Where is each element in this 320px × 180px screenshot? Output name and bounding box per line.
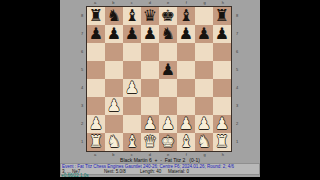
square-f6 [177, 43, 195, 61]
square-b2 [105, 115, 123, 133]
rank-label-8: 8 [79, 7, 85, 25]
square-e7: ♞ [159, 25, 177, 43]
next-label: Next: 5.0/8 [104, 169, 140, 174]
square-h5 [213, 61, 231, 79]
square-f2: ♟ [177, 115, 195, 133]
rank-label-5: 5 [79, 61, 85, 79]
square-g3 [195, 97, 213, 115]
square-d2: ♟ [141, 115, 159, 133]
square-g1: ♞ [195, 133, 213, 151]
game-info-panel: Event : Fat Titz Chess Engines Gauntlet … [60, 163, 260, 175]
white-knight-g1: ♞ [195, 133, 213, 151]
square-h6 [213, 43, 231, 61]
white-bishop-c1: ♝ [123, 133, 141, 151]
square-c3 [123, 97, 141, 115]
rank-label-2: 2 [234, 115, 240, 133]
square-e4 [159, 79, 177, 97]
black-queen-d8: ♛ [141, 7, 159, 25]
length-label: Length: 40 [140, 169, 168, 174]
square-c1: ♝ [123, 133, 141, 151]
square-b3: ♟ [105, 97, 123, 115]
white-rook-a1: ♜ [87, 133, 105, 151]
rank-label-3: 3 [79, 97, 85, 115]
rank-label-4: 4 [79, 79, 85, 97]
square-g5 [195, 61, 213, 79]
square-b8: ♞ [105, 7, 123, 25]
rank-label-1: 1 [79, 133, 85, 151]
square-e6 [159, 43, 177, 61]
square-h4 [213, 79, 231, 97]
black-pawn-d7: ♟ [141, 25, 159, 43]
white-pawn-d2: ♟ [141, 115, 159, 133]
square-c8: ♝ [123, 7, 141, 25]
square-b4 [105, 79, 123, 97]
black-bishop-c8: ♝ [123, 7, 141, 25]
square-c7: ♟ [123, 25, 141, 43]
engine-eval: +0.66/22 1.0s [61, 173, 88, 178]
black-knight-b8: ♞ [105, 7, 123, 25]
black-king-e8: ♚ [159, 7, 177, 25]
black-pawn-c7: ♟ [123, 25, 141, 43]
square-a7: ♟ [87, 25, 105, 43]
board-panel: abcdefgh 87654321 87654321 ♜♞♝♛♚♝♜♟♟♟♟♞♟… [60, 0, 260, 177]
square-d3 [141, 97, 159, 115]
move-status-line: 3. ... Ne7 Next: 5.0/8 Length: 40 Materi… [62, 169, 258, 174]
white-king-e1: ♚ [159, 133, 177, 151]
square-a1: ♜ [87, 133, 105, 151]
square-e3 [159, 97, 177, 115]
rank-label-6: 6 [79, 43, 85, 61]
white-queen-d1: ♛ [141, 133, 159, 151]
square-a2: ♟ [87, 115, 105, 133]
square-a4 [87, 79, 105, 97]
square-f4 [177, 79, 195, 97]
square-c6 [123, 43, 141, 61]
square-d1: ♛ [141, 133, 159, 151]
square-e2: ♟ [159, 115, 177, 133]
white-pawn-a2: ♟ [87, 115, 105, 133]
black-rook-a8: ♜ [87, 7, 105, 25]
board: ♜♞♝♛♚♝♜♟♟♟♟♞♟♟♟♟♟♟♟♟♟♟♟♟♜♞♝♛♚♝♞♜ [86, 6, 232, 152]
rank-label-6: 6 [234, 43, 240, 61]
square-f3 [177, 97, 195, 115]
square-f1: ♝ [177, 133, 195, 151]
square-d8: ♛ [141, 7, 159, 25]
square-b5 [105, 61, 123, 79]
rank-label-8: 8 [234, 7, 240, 25]
square-c5 [123, 61, 141, 79]
square-c4: ♟ [123, 79, 141, 97]
square-h2: ♟ [213, 115, 231, 133]
square-g7: ♟ [195, 25, 213, 43]
black-pawn-g7: ♟ [195, 25, 213, 43]
square-f5 [177, 61, 195, 79]
square-b7: ♟ [105, 25, 123, 43]
square-d5 [141, 61, 159, 79]
square-e1: ♚ [159, 133, 177, 151]
square-h7: ♟ [213, 25, 231, 43]
square-a3 [87, 97, 105, 115]
white-pawn-h2: ♟ [213, 115, 231, 133]
square-d6 [141, 43, 159, 61]
square-e8: ♚ [159, 7, 177, 25]
square-g4 [195, 79, 213, 97]
square-d7: ♟ [141, 25, 159, 43]
square-a5 [87, 61, 105, 79]
square-f8: ♝ [177, 7, 195, 25]
black-bishop-f8: ♝ [177, 7, 195, 25]
square-g6 [195, 43, 213, 61]
black-pawn-a7: ♟ [87, 25, 105, 43]
square-a6 [87, 43, 105, 61]
black-rook-h8: ♜ [213, 7, 231, 25]
square-h8: ♜ [213, 7, 231, 25]
rank-labels-right: 87654321 [234, 7, 240, 151]
rank-label-7: 7 [79, 25, 85, 43]
rank-label-4: 4 [234, 79, 240, 97]
square-g2: ♟ [195, 115, 213, 133]
square-a8: ♜ [87, 7, 105, 25]
square-g8 [195, 7, 213, 25]
black-pawn-b7: ♟ [105, 25, 123, 43]
white-pawn-g2: ♟ [195, 115, 213, 133]
square-e5: ♟ [159, 61, 177, 79]
black-knight-e7: ♞ [159, 25, 177, 43]
white-knight-b1: ♞ [105, 133, 123, 151]
rank-labels-left: 87654321 [79, 7, 85, 151]
white-pawn-c4: ♟ [123, 79, 141, 97]
black-pawn-h7: ♟ [213, 25, 231, 43]
rank-label-5: 5 [234, 61, 240, 79]
white-pawn-b3: ♟ [105, 97, 123, 115]
rank-label-3: 3 [234, 97, 240, 115]
square-c2 [123, 115, 141, 133]
rank-label-2: 2 [79, 115, 85, 133]
black-pawn-f7: ♟ [177, 25, 195, 43]
square-b1: ♞ [105, 133, 123, 151]
rank-label-7: 7 [234, 25, 240, 43]
square-b6 [105, 43, 123, 61]
video-frame: abcdefgh 87654321 87654321 ♜♞♝♛♚♝♜♟♟♟♟♞♟… [0, 0, 320, 180]
square-f7: ♟ [177, 25, 195, 43]
material-label: Material: 0 [168, 169, 189, 174]
white-pawn-e2: ♟ [159, 115, 177, 133]
rank-label-1: 1 [234, 133, 240, 151]
square-h1: ♜ [213, 133, 231, 151]
square-h3 [213, 97, 231, 115]
white-pawn-f2: ♟ [177, 115, 195, 133]
black-pawn-e5: ♟ [159, 61, 177, 79]
white-rook-h1: ♜ [213, 133, 231, 151]
white-bishop-f1: ♝ [177, 133, 195, 151]
square-d4 [141, 79, 159, 97]
